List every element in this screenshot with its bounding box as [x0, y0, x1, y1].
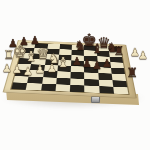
chess-piece-cream-p-b4: ♟: [12, 64, 22, 75]
chess-piece-cream-p-c4: ♟: [23, 66, 33, 77]
chess-piece-cream-p-off-2: ♟: [138, 50, 148, 61]
pieces-layer: ♟♟♟♚♛♞♞♝♜♟♟♚♜♛♝♞♝♟♟♟♟♟♟♟♟♟♜: [0, 0, 150, 150]
chess-piece-dark-p-g6: ♟: [92, 60, 102, 71]
chess-piece-dark-n-e8: ♞: [74, 39, 86, 52]
chess-piece-cream-p-a4: ♟: [2, 63, 12, 74]
chess-set-photo: ♟♟♟♚♛♞♞♝♜♟♟♚♜♛♝♞♝♟♟♟♟♟♟♟♟♟♜: [0, 0, 150, 150]
chess-piece-cream-p-d3: ♟: [47, 63, 57, 74]
chess-piece-dark-r-h5: ♜: [126, 66, 138, 79]
chess-piece-dark-p-f6: ♟: [82, 58, 92, 69]
chess-piece-dark-b-f7: ♝: [91, 42, 103, 55]
chess-piece-cream-b-c5: ♝: [25, 49, 38, 63]
chess-piece-cream-b-e4: ♝: [57, 55, 70, 69]
chess-piece-cream-r-a5: ♜: [4, 49, 15, 61]
chess-piece-dark-p-h6: ♟: [102, 58, 112, 69]
chess-piece-dark-r-h8: ♜: [114, 45, 125, 57]
chess-piece-cream-p-d4: ♟: [35, 64, 45, 75]
chess-piece-dark-p-e6: ♟: [72, 56, 82, 67]
